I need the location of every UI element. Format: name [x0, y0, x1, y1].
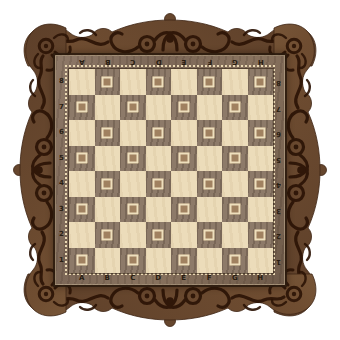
square-h4[interactable] [248, 171, 274, 197]
square-c1[interactable] [120, 248, 146, 274]
coord-label-d: D [146, 56, 172, 67]
square-inlay [204, 229, 215, 240]
square-b3[interactable] [95, 197, 121, 223]
coord-label-b: B [95, 56, 121, 67]
square-inlay [229, 102, 240, 113]
square-b4[interactable] [95, 171, 121, 197]
coord-label-1: 1 [56, 248, 67, 274]
square-inlay [76, 102, 87, 113]
square-inlay [102, 178, 113, 189]
square-c6[interactable] [120, 120, 146, 146]
square-inlay [204, 76, 215, 87]
square-h5[interactable] [248, 146, 274, 172]
square-c2[interactable] [120, 222, 146, 248]
square-f7[interactable] [197, 95, 223, 121]
square-f4[interactable] [197, 171, 223, 197]
square-f8[interactable] [197, 69, 223, 95]
square-e1[interactable] [171, 248, 197, 274]
coord-label-a: A [69, 56, 95, 67]
coord-label-1: 1 [273, 248, 284, 274]
square-h1[interactable] [248, 248, 274, 274]
square-inlay [153, 127, 164, 138]
square-a8[interactable] [69, 69, 95, 95]
square-f3[interactable] [197, 197, 223, 223]
coord-label-b: B [95, 273, 121, 284]
coord-label-g: G [222, 56, 248, 67]
square-g8[interactable] [222, 69, 248, 95]
square-inlay [178, 153, 189, 164]
square-c3[interactable] [120, 197, 146, 223]
square-inlay [255, 229, 266, 240]
square-d8[interactable] [146, 69, 172, 95]
square-e8[interactable] [171, 69, 197, 95]
square-g1[interactable] [222, 248, 248, 274]
coord-label-6: 6 [56, 120, 67, 146]
square-b8[interactable] [95, 69, 121, 95]
square-d3[interactable] [146, 197, 172, 223]
square-c7[interactable] [120, 95, 146, 121]
coord-label-4: 4 [273, 171, 284, 197]
square-a5[interactable] [69, 146, 95, 172]
square-d7[interactable] [146, 95, 172, 121]
square-f6[interactable] [197, 120, 223, 146]
square-e4[interactable] [171, 171, 197, 197]
square-d5[interactable] [146, 146, 172, 172]
square-f2[interactable] [197, 222, 223, 248]
coord-label-h: H [248, 273, 274, 284]
square-e2[interactable] [171, 222, 197, 248]
square-inlay [102, 229, 113, 240]
square-inlay [153, 229, 164, 240]
coord-label-5: 5 [56, 146, 67, 172]
square-b5[interactable] [95, 146, 121, 172]
square-g2[interactable] [222, 222, 248, 248]
rank-labels-right: 87654321 [273, 69, 284, 273]
square-g5[interactable] [222, 146, 248, 172]
coord-label-d: D [146, 273, 172, 284]
coord-label-6: 6 [273, 120, 284, 146]
square-a3[interactable] [69, 197, 95, 223]
square-h2[interactable] [248, 222, 274, 248]
square-e6[interactable] [171, 120, 197, 146]
square-b1[interactable] [95, 248, 121, 274]
coord-label-5: 5 [273, 146, 284, 172]
coord-label-7: 7 [273, 95, 284, 121]
square-b7[interactable] [95, 95, 121, 121]
square-inlay [229, 204, 240, 215]
square-inlay [229, 153, 240, 164]
board-panel: ABCDEFGH ABCDEFGH 87654321 87654321 [55, 55, 285, 285]
square-inlay [127, 153, 138, 164]
square-b6[interactable] [95, 120, 121, 146]
coord-label-7: 7 [56, 95, 67, 121]
square-inlay [127, 255, 138, 266]
square-g3[interactable] [222, 197, 248, 223]
square-inlay [178, 255, 189, 266]
square-inlay [178, 204, 189, 215]
square-h8[interactable] [248, 69, 274, 95]
square-inlay [204, 178, 215, 189]
square-inlay [76, 153, 87, 164]
square-g7[interactable] [222, 95, 248, 121]
square-b2[interactable] [95, 222, 121, 248]
coord-label-e: E [171, 56, 197, 67]
page: ABCDEFGH ABCDEFGH 87654321 87654321 [0, 0, 340, 340]
coord-label-8: 8 [56, 69, 67, 95]
square-inlay [153, 76, 164, 87]
square-f1[interactable] [197, 248, 223, 274]
coord-label-8: 8 [273, 69, 284, 95]
square-h3[interactable] [248, 197, 274, 223]
square-inlay [229, 255, 240, 266]
square-inlay [255, 127, 266, 138]
coord-label-4: 4 [56, 171, 67, 197]
square-e3[interactable] [171, 197, 197, 223]
square-inlay [76, 255, 87, 266]
square-inlay [178, 102, 189, 113]
square-a1[interactable] [69, 248, 95, 274]
file-labels-bottom: ABCDEFGH [69, 273, 273, 284]
square-e7[interactable] [171, 95, 197, 121]
square-inlay [102, 76, 113, 87]
file-labels-top: ABCDEFGH [69, 56, 273, 67]
coord-label-a: A [69, 273, 95, 284]
square-g6[interactable] [222, 120, 248, 146]
coord-label-e: E [171, 273, 197, 284]
square-d1[interactable] [146, 248, 172, 274]
chess-board [69, 69, 273, 273]
coord-label-f: F [197, 56, 223, 67]
coord-label-g: G [222, 273, 248, 284]
square-d2[interactable] [146, 222, 172, 248]
square-c8[interactable] [120, 69, 146, 95]
coord-label-3: 3 [56, 197, 67, 223]
coord-label-h: H [248, 56, 274, 67]
coord-label-c: C [120, 56, 146, 67]
square-inlay [153, 178, 164, 189]
coord-label-c: C [120, 273, 146, 284]
square-c4[interactable] [120, 171, 146, 197]
square-h7[interactable] [248, 95, 274, 121]
square-d6[interactable] [146, 120, 172, 146]
coord-label-2: 2 [273, 222, 284, 248]
square-f5[interactable] [197, 146, 223, 172]
square-g4[interactable] [222, 171, 248, 197]
square-a4[interactable] [69, 171, 95, 197]
square-d4[interactable] [146, 171, 172, 197]
square-inlay [255, 178, 266, 189]
square-inlay [255, 76, 266, 87]
rank-labels-left: 87654321 [56, 69, 67, 273]
square-inlay [127, 204, 138, 215]
square-inlay [127, 102, 138, 113]
square-a2[interactable] [69, 222, 95, 248]
square-e5[interactable] [171, 146, 197, 172]
coord-label-2: 2 [56, 222, 67, 248]
square-inlay [204, 127, 215, 138]
square-a7[interactable] [69, 95, 95, 121]
square-inlay [102, 127, 113, 138]
coord-label-3: 3 [273, 197, 284, 223]
square-inlay [76, 204, 87, 215]
square-c5[interactable] [120, 146, 146, 172]
coord-label-f: F [197, 273, 223, 284]
square-h6[interactable] [248, 120, 274, 146]
square-a6[interactable] [69, 120, 95, 146]
